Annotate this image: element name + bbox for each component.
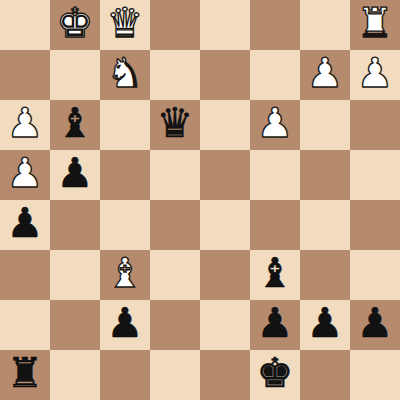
square-b4[interactable] [50, 200, 100, 250]
black-pawn[interactable]: ♟ [7, 198, 44, 248]
square-g2[interactable]: ♟ [300, 300, 350, 350]
square-h4[interactable] [350, 200, 400, 250]
square-a5[interactable]: ♟ [0, 150, 50, 200]
square-g7[interactable]: ♟ [300, 50, 350, 100]
square-f2[interactable]: ♟ [250, 300, 300, 350]
square-a2[interactable] [0, 300, 50, 350]
square-a1[interactable]: ♜ [0, 350, 50, 400]
square-d6[interactable]: ♛ [150, 100, 200, 150]
black-pawn[interactable]: ♟ [107, 298, 144, 348]
square-b7[interactable] [50, 50, 100, 100]
square-c8[interactable]: ♛ [100, 0, 150, 50]
square-f1[interactable]: ♚ [250, 350, 300, 400]
square-d5[interactable] [150, 150, 200, 200]
white-pawn[interactable]: ♟ [7, 148, 44, 198]
black-bishop[interactable]: ♝ [57, 98, 94, 148]
square-h2[interactable]: ♟ [350, 300, 400, 350]
square-d1[interactable] [150, 350, 200, 400]
black-pawn[interactable]: ♟ [307, 298, 344, 348]
square-c3[interactable]: ♝ [100, 250, 150, 300]
square-e8[interactable] [200, 0, 250, 50]
square-a4[interactable]: ♟ [0, 200, 50, 250]
white-pawn[interactable]: ♟ [257, 98, 294, 148]
square-f7[interactable] [250, 50, 300, 100]
square-e3[interactable] [200, 250, 250, 300]
square-g8[interactable] [300, 0, 350, 50]
black-pawn[interactable]: ♟ [257, 298, 294, 348]
black-king[interactable]: ♚ [257, 348, 294, 398]
square-h1[interactable] [350, 350, 400, 400]
square-c5[interactable] [100, 150, 150, 200]
square-a3[interactable] [0, 250, 50, 300]
white-pawn[interactable]: ♟ [307, 48, 344, 98]
white-rook[interactable]: ♜ [357, 0, 394, 48]
square-h6[interactable] [350, 100, 400, 150]
square-b8[interactable]: ♚ [50, 0, 100, 50]
square-a7[interactable] [0, 50, 50, 100]
square-c1[interactable] [100, 350, 150, 400]
square-g3[interactable] [300, 250, 350, 300]
square-e4[interactable] [200, 200, 250, 250]
square-b3[interactable] [50, 250, 100, 300]
square-a8[interactable] [0, 0, 50, 50]
square-g5[interactable] [300, 150, 350, 200]
square-c6[interactable] [100, 100, 150, 150]
square-e5[interactable] [200, 150, 250, 200]
square-a6[interactable]: ♟ [0, 100, 50, 150]
black-pawn[interactable]: ♟ [357, 298, 394, 348]
white-bishop[interactable]: ♝ [107, 248, 144, 298]
square-d7[interactable] [150, 50, 200, 100]
square-d2[interactable] [150, 300, 200, 350]
square-d3[interactable] [150, 250, 200, 300]
square-b1[interactable] [50, 350, 100, 400]
square-g4[interactable] [300, 200, 350, 250]
square-e6[interactable] [200, 100, 250, 150]
square-e1[interactable] [200, 350, 250, 400]
white-pawn[interactable]: ♟ [357, 48, 394, 98]
square-b2[interactable] [50, 300, 100, 350]
black-queen[interactable]: ♛ [157, 98, 194, 148]
square-f3[interactable]: ♝ [250, 250, 300, 300]
square-d8[interactable] [150, 0, 200, 50]
chess-board: ♚♛♜♞♟♟♟♝♛♟♟♟♟♝♝♟♟♟♟♜♚ [0, 0, 400, 400]
white-knight[interactable]: ♞ [107, 48, 144, 98]
square-h8[interactable]: ♜ [350, 0, 400, 50]
black-pawn[interactable]: ♟ [57, 148, 94, 198]
square-e7[interactable] [200, 50, 250, 100]
square-f5[interactable] [250, 150, 300, 200]
square-g6[interactable] [300, 100, 350, 150]
square-c7[interactable]: ♞ [100, 50, 150, 100]
black-bishop[interactable]: ♝ [257, 248, 294, 298]
square-c2[interactable]: ♟ [100, 300, 150, 350]
square-d4[interactable] [150, 200, 200, 250]
square-b5[interactable]: ♟ [50, 150, 100, 200]
square-f6[interactable]: ♟ [250, 100, 300, 150]
black-rook[interactable]: ♜ [7, 348, 44, 398]
square-h3[interactable] [350, 250, 400, 300]
white-queen[interactable]: ♛ [107, 0, 144, 48]
square-g1[interactable] [300, 350, 350, 400]
white-king[interactable]: ♚ [57, 0, 94, 48]
square-f4[interactable] [250, 200, 300, 250]
square-c4[interactable] [100, 200, 150, 250]
square-e2[interactable] [200, 300, 250, 350]
square-f8[interactable] [250, 0, 300, 50]
square-h5[interactable] [350, 150, 400, 200]
square-h7[interactable]: ♟ [350, 50, 400, 100]
white-pawn[interactable]: ♟ [7, 98, 44, 148]
square-b6[interactable]: ♝ [50, 100, 100, 150]
